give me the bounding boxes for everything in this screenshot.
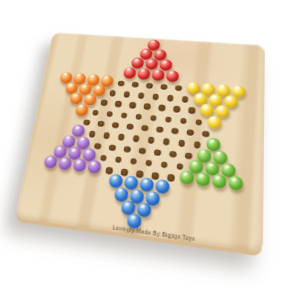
- peg-purple[interactable]: [72, 158, 87, 173]
- hole[interactable]: [120, 169, 127, 177]
- hole[interactable]: [162, 138, 169, 145]
- peg-purple[interactable]: [87, 160, 102, 175]
- hole[interactable]: [175, 85, 182, 91]
- hole[interactable]: [132, 135, 139, 142]
- hole[interactable]: [154, 149, 161, 156]
- hole[interactable]: [105, 167, 112, 174]
- hole[interactable]: [117, 134, 124, 141]
- board-cell-occupied: [178, 173, 195, 187]
- hole[interactable]: [145, 159, 152, 166]
- peg-green[interactable]: [212, 174, 227, 190]
- hole[interactable]: [150, 115, 157, 122]
- hole[interactable]: [167, 174, 174, 182]
- hole[interactable]: [146, 83, 153, 89]
- hole[interactable]: [100, 100, 107, 107]
- hole[interactable]: [108, 144, 115, 151]
- hole[interactable]: [195, 119, 202, 126]
- hole[interactable]: [180, 117, 187, 124]
- hole[interactable]: [173, 106, 180, 113]
- hole[interactable]: [129, 102, 136, 109]
- hole[interactable]: [136, 170, 143, 178]
- hole[interactable]: [186, 129, 193, 136]
- hole[interactable]: [185, 152, 192, 159]
- peg-purple[interactable]: [43, 155, 58, 169]
- hole[interactable]: [169, 150, 176, 157]
- hole[interactable]: [135, 113, 142, 120]
- hole[interactable]: [202, 131, 209, 138]
- hole[interactable]: [117, 80, 124, 86]
- hole[interactable]: [137, 92, 144, 99]
- hole[interactable]: [115, 101, 122, 108]
- hole[interactable]: [129, 158, 136, 165]
- hole[interactable]: [106, 111, 113, 118]
- hole[interactable]: [92, 109, 99, 116]
- hole[interactable]: [156, 126, 163, 133]
- hole[interactable]: [141, 125, 148, 132]
- hole[interactable]: [123, 146, 130, 153]
- peg-red[interactable]: [123, 66, 137, 78]
- peg-purple[interactable]: [58, 156, 73, 171]
- hole[interactable]: [151, 172, 158, 180]
- hole[interactable]: [103, 132, 110, 139]
- hole[interactable]: [143, 103, 150, 110]
- hole[interactable]: [158, 105, 165, 112]
- hole[interactable]: [94, 142, 101, 149]
- board-cell-occupied: [211, 176, 228, 190]
- peg-grid: [15, 32, 265, 253]
- hole[interactable]: [147, 137, 154, 144]
- hole[interactable]: [181, 96, 188, 103]
- hole[interactable]: [99, 154, 106, 161]
- hole[interactable]: [83, 119, 90, 126]
- peg-green[interactable]: [195, 172, 210, 188]
- hole[interactable]: [171, 128, 178, 135]
- hole[interactable]: [126, 123, 133, 130]
- hole[interactable]: [160, 161, 167, 169]
- hole[interactable]: [123, 91, 130, 97]
- hole[interactable]: [97, 121, 104, 128]
- product-photo: Lovingly Made By Bigjigs Toys: [0, 0, 300, 300]
- board-cell-occupied: [194, 174, 211, 188]
- hole[interactable]: [178, 140, 185, 147]
- hole[interactable]: [176, 163, 183, 171]
- hole[interactable]: [193, 141, 200, 148]
- hole[interactable]: [188, 107, 195, 114]
- board-cell-occupied: [227, 178, 244, 192]
- peg-red[interactable]: [137, 67, 151, 79]
- hole[interactable]: [114, 156, 121, 163]
- peg-green[interactable]: [179, 170, 194, 186]
- hole[interactable]: [88, 131, 95, 138]
- hole[interactable]: [138, 147, 145, 154]
- peg-red[interactable]: [165, 69, 179, 82]
- hole[interactable]: [132, 82, 139, 88]
- hole[interactable]: [112, 122, 119, 129]
- peg-green[interactable]: [228, 175, 243, 191]
- peg-red[interactable]: [151, 68, 165, 81]
- hole[interactable]: [120, 112, 127, 119]
- chinese-checkers-board: Lovingly Made By Bigjigs Toys: [15, 32, 265, 253]
- hole[interactable]: [160, 84, 167, 90]
- peg-orange[interactable]: [74, 103, 88, 116]
- hole[interactable]: [167, 95, 174, 102]
- hole[interactable]: [152, 94, 159, 101]
- peg-yellow[interactable]: [207, 115, 221, 129]
- hole[interactable]: [109, 90, 116, 96]
- hole[interactable]: [165, 116, 172, 123]
